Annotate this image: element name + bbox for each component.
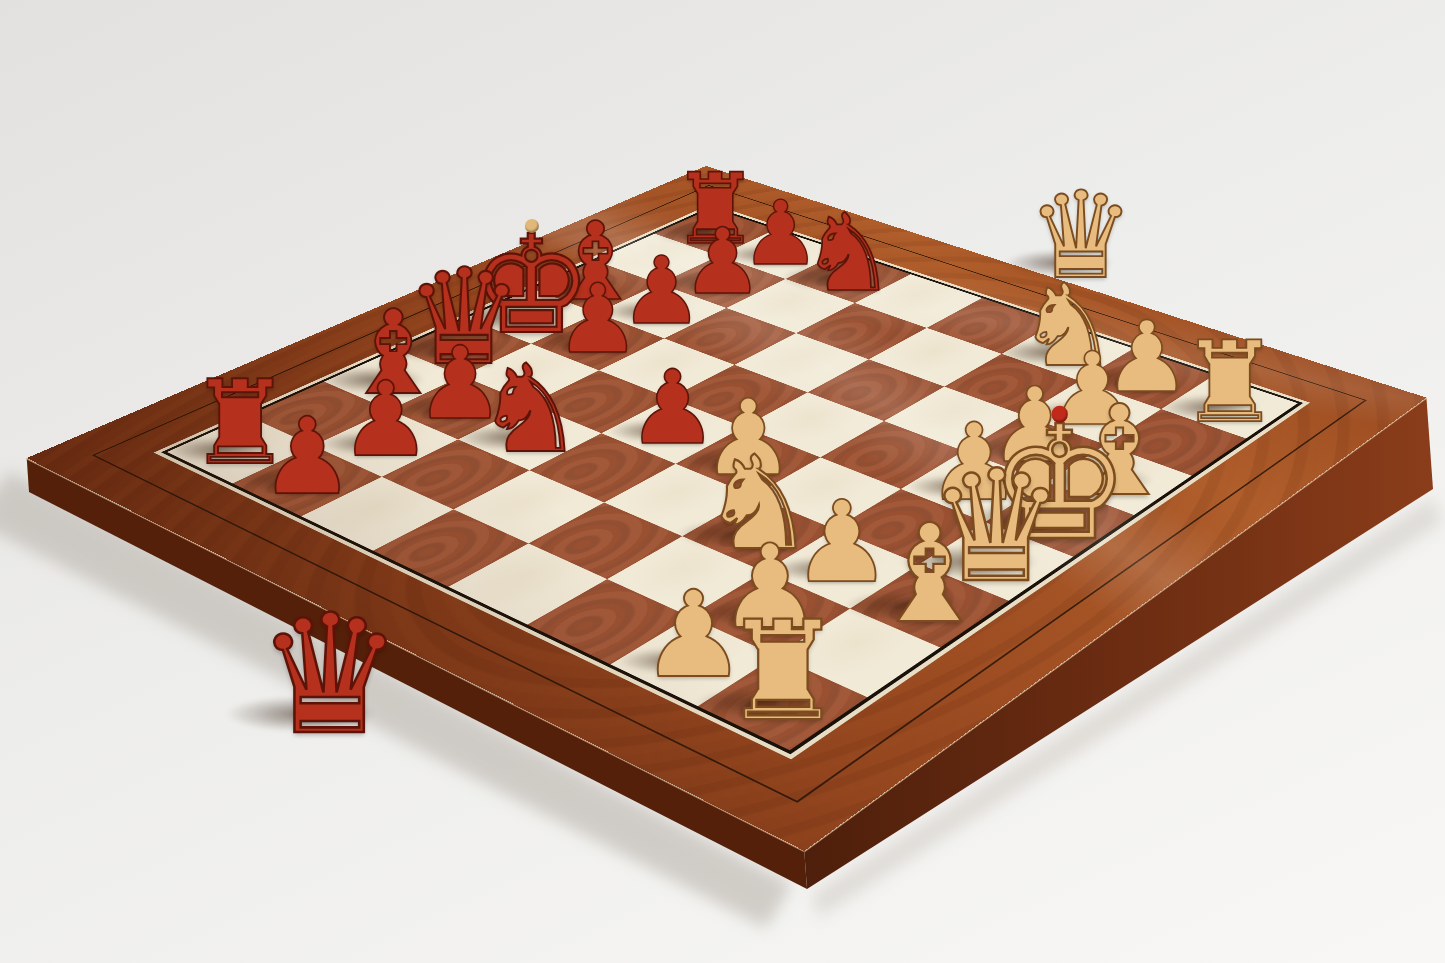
white-bishop-c1[interactable]: ♝ xyxy=(869,507,991,643)
white-rook-a1[interactable]: ♜ xyxy=(721,603,844,740)
red-knight-h6[interactable]: ♞ xyxy=(800,200,896,307)
photo-scene: ♜♟♛♞♟♝♟♚♟♛♞♟♝♜♟♟♟♞♟♟♜♟♝♟♟♚♞♛♟♝♟♟♜♛ xyxy=(0,0,1445,963)
pieces-layer: ♜♟♛♞♟♝♟♚♟♛♞♟♝♜♟♟♟♞♟♟♜♟♝♟♟♚♞♛♟♝♟♟♜♛ xyxy=(0,0,1445,963)
red-knight-c6[interactable]: ♞ xyxy=(476,349,585,470)
spare-red-queen[interactable]: ♛ xyxy=(256,593,404,758)
white-rook-h1[interactable]: ♜ xyxy=(1179,325,1280,437)
red-pawn-a7[interactable]: ♟ xyxy=(260,404,355,510)
white-king-finial xyxy=(1051,406,1068,423)
